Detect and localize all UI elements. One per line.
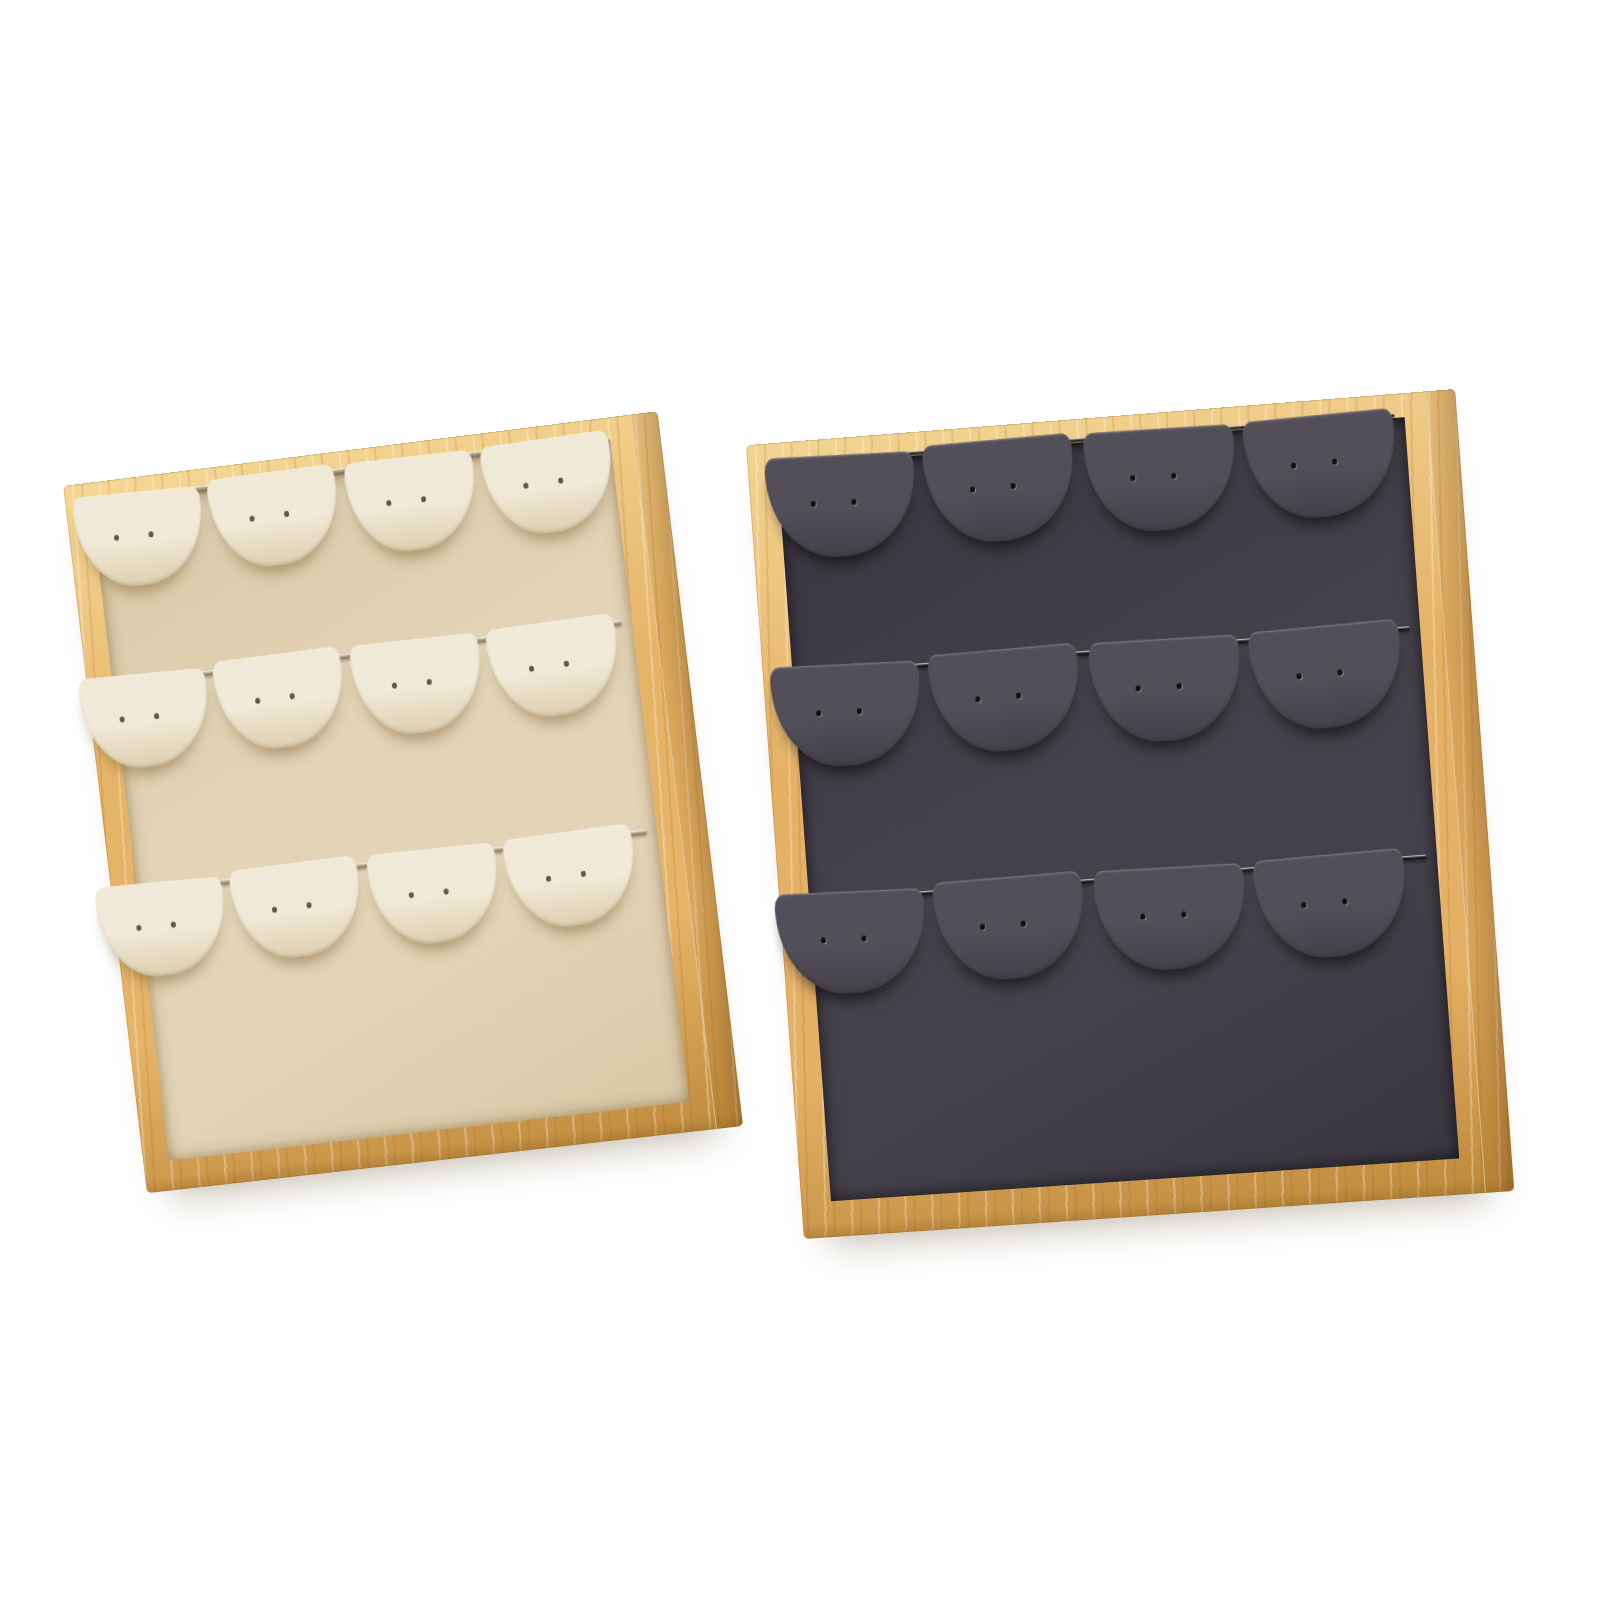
earring-post-hole: [861, 935, 866, 941]
earring-tab: [343, 450, 481, 557]
earring-post-hole: [821, 937, 826, 943]
earring-post-hole: [1136, 685, 1141, 691]
earring-post-hole: [811, 501, 816, 507]
dark-gray-velvet-pad: [777, 417, 1459, 1201]
earring-tab: [501, 823, 642, 934]
earring-post-hole: [528, 666, 534, 673]
earring-tab: [349, 633, 487, 740]
earring-post-hole: [170, 922, 175, 928]
earring-post-hole: [580, 871, 586, 878]
dark-gray-rail-row-3: [808, 846, 1443, 993]
earring-tab: [77, 668, 213, 773]
earring-post-hole: [1342, 898, 1348, 904]
earring-post-hole: [1181, 911, 1186, 917]
earring-tab: [921, 433, 1078, 548]
earring-post-hole: [283, 511, 289, 518]
beige-velvet-pad: [91, 439, 689, 1160]
earring-post-hole: [970, 486, 975, 492]
earring-post-hole: [119, 717, 124, 723]
earring-tab-group: [70, 429, 620, 589]
earring-tab: [1093, 863, 1249, 973]
earring-post-hole: [1176, 683, 1181, 689]
earring-tab: [228, 855, 367, 964]
earring-post-hole: [391, 683, 397, 689]
earring-tab: [1252, 848, 1412, 964]
beige-rail-row-3: [136, 820, 667, 975]
earring-tab: [770, 660, 923, 769]
earring-post-hole: [1015, 692, 1020, 698]
earring-post-hole: [426, 679, 432, 685]
dark-gray-earring-tray: [746, 389, 1514, 1239]
earring-post-hole: [1337, 669, 1343, 675]
earring-tab: [366, 842, 504, 949]
earring-tab: [484, 613, 625, 724]
dark-gray-rail-row-1: [777, 407, 1412, 558]
earring-tab: [927, 643, 1084, 757]
earring-post-hole: [1301, 902, 1307, 908]
earring-post-hole: [980, 924, 985, 930]
product-photo: [0, 0, 1600, 1600]
beige-rail-row-2: [111, 611, 641, 767]
earring-tab-group: [76, 611, 642, 772]
earring-post-hole: [153, 713, 158, 719]
earring-post-hole: [408, 892, 414, 898]
earring-post-hole: [114, 535, 119, 541]
earring-post-hole: [856, 708, 861, 714]
earring-post-hole: [545, 876, 551, 883]
dark-gray-rail-row-2: [792, 617, 1427, 766]
earring-post-hole: [420, 496, 426, 503]
earring-post-hole: [1296, 673, 1302, 679]
earring-post-hole: [1291, 462, 1297, 468]
earring-post-hole: [136, 925, 141, 931]
earring-post-hole: [1020, 920, 1025, 926]
earring-post-hole: [1140, 914, 1145, 920]
earring-tab: [72, 486, 208, 592]
earring-tab: [1242, 408, 1402, 524]
earring-tab-group: [763, 407, 1412, 559]
earring-post-hole: [306, 902, 312, 909]
earring-post-hole: [386, 500, 392, 507]
earring-tab: [1083, 424, 1239, 535]
earring-post-hole: [851, 499, 856, 505]
earring-post-hole: [249, 516, 255, 523]
earring-post-hole: [1130, 475, 1135, 481]
earring-post-hole: [1171, 472, 1176, 478]
earring-tab-group: [93, 820, 667, 980]
earring-post-hole: [1331, 458, 1337, 464]
earring-tab: [764, 451, 917, 560]
earring-post-hole: [148, 532, 153, 538]
earring-tab: [94, 876, 230, 981]
beige-rail-row-1: [90, 429, 620, 587]
earring-tab-group: [773, 846, 1444, 995]
earring-tab-group: [768, 617, 1427, 768]
earring-post-hole: [557, 478, 563, 485]
earring-tab: [206, 463, 345, 573]
earring-post-hole: [563, 661, 569, 668]
earring-post-hole: [975, 696, 980, 702]
beige-earring-tray: [63, 411, 743, 1193]
earring-post-hole: [289, 693, 295, 700]
earring-post-hole: [1010, 483, 1015, 489]
earring-tab: [211, 646, 350, 756]
earring-tab: [1247, 619, 1407, 735]
earring-tab: [479, 429, 620, 541]
earring-post-hole: [443, 889, 449, 895]
earring-post-hole: [523, 483, 529, 490]
earring-post-hole: [255, 698, 261, 705]
earring-post-hole: [816, 710, 821, 716]
earring-tab: [932, 871, 1089, 985]
earring-post-hole: [271, 907, 277, 914]
earring-tab: [774, 888, 927, 996]
earring-tab: [1088, 634, 1244, 745]
